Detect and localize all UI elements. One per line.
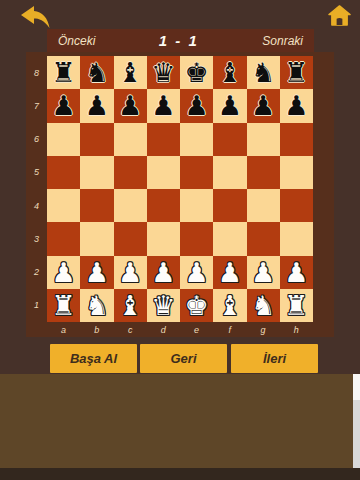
piece-wp[interactable]: ♟: [118, 256, 142, 289]
square-c7[interactable]: ♟: [114, 89, 147, 122]
piece-wb[interactable]: ♝: [218, 289, 242, 322]
square-d5[interactable]: [147, 156, 180, 189]
square-c2[interactable]: ♟: [114, 256, 147, 289]
square-g2[interactable]: ♟: [247, 256, 280, 289]
square-a1[interactable]: ♜: [47, 289, 80, 322]
square-g7[interactable]: ♟: [247, 89, 280, 122]
square-h8[interactable]: ♜: [280, 56, 313, 89]
rank-label-6: 6: [26, 123, 47, 156]
square-a4[interactable]: [47, 189, 80, 222]
board-squares: ♜♞♝♛♚♝♞♜♟♟♟♟♟♟♟♟♟♟♟♟♟♟♟♟♜♞♝♛♚♝♞♜: [47, 56, 313, 322]
rank-label-1: 1: [26, 289, 47, 322]
square-b7[interactable]: ♟: [80, 89, 113, 122]
piece-bp[interactable]: ♟: [118, 89, 142, 122]
piece-wn[interactable]: ♞: [251, 289, 275, 322]
piece-wb[interactable]: ♝: [118, 289, 142, 322]
score-indicator: 1 - 1: [159, 32, 199, 49]
square-f3[interactable]: [213, 222, 246, 255]
piece-wp[interactable]: ♟: [151, 256, 175, 289]
square-f8[interactable]: ♝: [213, 56, 246, 89]
square-e5[interactable]: [180, 156, 213, 189]
file-label-c: c: [114, 322, 147, 337]
file-labels: abcdefgh: [47, 322, 313, 337]
square-h7[interactable]: ♟: [280, 89, 313, 122]
square-g4[interactable]: [247, 189, 280, 222]
bottom-strip: [0, 468, 360, 480]
piece-bq[interactable]: ♛: [151, 56, 175, 89]
piece-bp[interactable]: ♟: [52, 89, 76, 122]
square-d8[interactable]: ♛: [147, 56, 180, 89]
piece-bb[interactable]: ♝: [118, 56, 142, 89]
square-b2[interactable]: ♟: [80, 256, 113, 289]
piece-bp[interactable]: ♟: [284, 89, 308, 122]
square-h6[interactable]: [280, 123, 313, 156]
square-c8[interactable]: ♝: [114, 56, 147, 89]
piece-wk[interactable]: ♚: [185, 289, 209, 322]
back-arrow-icon: [18, 5, 52, 31]
square-e8[interactable]: ♚: [180, 56, 213, 89]
piece-bn[interactable]: ♞: [251, 56, 275, 89]
square-b5[interactable]: [80, 156, 113, 189]
square-a2[interactable]: ♟: [47, 256, 80, 289]
scrollbar[interactable]: [353, 374, 360, 468]
header-bar: Önceki 1 - 1 Sonraki: [47, 29, 314, 52]
square-e3[interactable]: [180, 222, 213, 255]
back-button[interactable]: [18, 5, 52, 31]
piece-bn[interactable]: ♞: [85, 56, 109, 89]
square-c4[interactable]: [114, 189, 147, 222]
square-d4[interactable]: [147, 189, 180, 222]
square-b4[interactable]: [80, 189, 113, 222]
square-b1[interactable]: ♞: [80, 289, 113, 322]
square-f6[interactable]: [213, 123, 246, 156]
square-f1[interactable]: ♝: [213, 289, 246, 322]
piece-wr[interactable]: ♜: [52, 289, 76, 322]
square-c3[interactable]: [114, 222, 147, 255]
rank-labels: 87654321: [26, 56, 47, 322]
file-label-g: g: [247, 322, 280, 337]
square-h3[interactable]: [280, 222, 313, 255]
file-label-h: h: [280, 322, 313, 337]
file-label-f: f: [213, 322, 246, 337]
square-d6[interactable]: [147, 123, 180, 156]
square-g3[interactable]: [247, 222, 280, 255]
chess-board: 87654321 ♜♞♝♛♚♝♞♜♟♟♟♟♟♟♟♟♟♟♟♟♟♟♟♟♜♞♝♛♚♝♞…: [26, 52, 334, 337]
square-e1[interactable]: ♚: [180, 289, 213, 322]
square-e2[interactable]: ♟: [180, 256, 213, 289]
square-e6[interactable]: [180, 123, 213, 156]
piece-wp[interactable]: ♟: [251, 256, 275, 289]
square-g5[interactable]: [247, 156, 280, 189]
piece-wp[interactable]: ♟: [85, 256, 109, 289]
square-g1[interactable]: ♞: [247, 289, 280, 322]
file-label-e: e: [180, 322, 213, 337]
square-g6[interactable]: [247, 123, 280, 156]
square-h2[interactable]: ♟: [280, 256, 313, 289]
piece-bp[interactable]: ♟: [151, 89, 175, 122]
square-f5[interactable]: [213, 156, 246, 189]
piece-wp[interactable]: ♟: [284, 256, 308, 289]
square-c5[interactable]: [114, 156, 147, 189]
step-back-button[interactable]: Geri: [140, 344, 227, 373]
square-d7[interactable]: ♟: [147, 89, 180, 122]
file-label-a: a: [47, 322, 80, 337]
square-a6[interactable]: [47, 123, 80, 156]
restart-button[interactable]: Başa Al: [50, 344, 137, 373]
step-forward-button[interactable]: İleri: [231, 344, 318, 373]
home-button[interactable]: [328, 4, 351, 27]
piece-bk[interactable]: ♚: [185, 56, 209, 89]
piece-bp[interactable]: ♟: [218, 89, 242, 122]
square-c1[interactable]: ♝: [114, 289, 147, 322]
square-h5[interactable]: [280, 156, 313, 189]
square-g8[interactable]: ♞: [247, 56, 280, 89]
square-c6[interactable]: [114, 123, 147, 156]
square-h4[interactable]: [280, 189, 313, 222]
square-d2[interactable]: ♟: [147, 256, 180, 289]
piece-bp[interactable]: ♟: [85, 89, 109, 122]
rank-label-8: 8: [26, 56, 47, 89]
piece-wp[interactable]: ♟: [218, 256, 242, 289]
square-a3[interactable]: [47, 222, 80, 255]
square-e4[interactable]: [180, 189, 213, 222]
square-d3[interactable]: [147, 222, 180, 255]
piece-bb[interactable]: ♝: [218, 56, 242, 89]
square-b8[interactable]: ♞: [80, 56, 113, 89]
app-screen: Önceki 1 - 1 Sonraki 87654321 ♜♞♝♛♚♝♞♜♟♟…: [0, 0, 360, 480]
rank-label-5: 5: [26, 156, 47, 189]
rank-label-4: 4: [26, 189, 47, 222]
square-f2[interactable]: ♟: [213, 256, 246, 289]
bottom-panel: [0, 374, 360, 468]
piece-wp[interactable]: ♟: [185, 256, 209, 289]
next-label[interactable]: Sonraki: [262, 34, 303, 48]
file-label-b: b: [80, 322, 113, 337]
square-a8[interactable]: ♜: [47, 56, 80, 89]
piece-bp[interactable]: ♟: [185, 89, 209, 122]
square-h1[interactable]: ♜: [280, 289, 313, 322]
square-e7[interactable]: ♟: [180, 89, 213, 122]
rank-label-7: 7: [26, 89, 47, 122]
piece-wr[interactable]: ♜: [284, 289, 308, 322]
previous-label[interactable]: Önceki: [58, 34, 95, 48]
piece-wp[interactable]: ♟: [52, 256, 76, 289]
piece-wn[interactable]: ♞: [85, 289, 109, 322]
square-b3[interactable]: [80, 222, 113, 255]
piece-br[interactable]: ♜: [284, 56, 308, 89]
scrollbar-thumb[interactable]: [353, 374, 360, 400]
piece-bp[interactable]: ♟: [251, 89, 275, 122]
rank-label-2: 2: [26, 256, 47, 289]
piece-wq[interactable]: ♛: [151, 289, 175, 322]
square-a7[interactable]: ♟: [47, 89, 80, 122]
square-f4[interactable]: [213, 189, 246, 222]
square-a5[interactable]: [47, 156, 80, 189]
file-label-d: d: [147, 322, 180, 337]
square-b6[interactable]: [80, 123, 113, 156]
piece-br[interactable]: ♜: [52, 56, 76, 89]
rank-label-3: 3: [26, 222, 47, 255]
square-f7[interactable]: ♟: [213, 89, 246, 122]
home-icon: [328, 4, 351, 27]
square-d1[interactable]: ♛: [147, 289, 180, 322]
